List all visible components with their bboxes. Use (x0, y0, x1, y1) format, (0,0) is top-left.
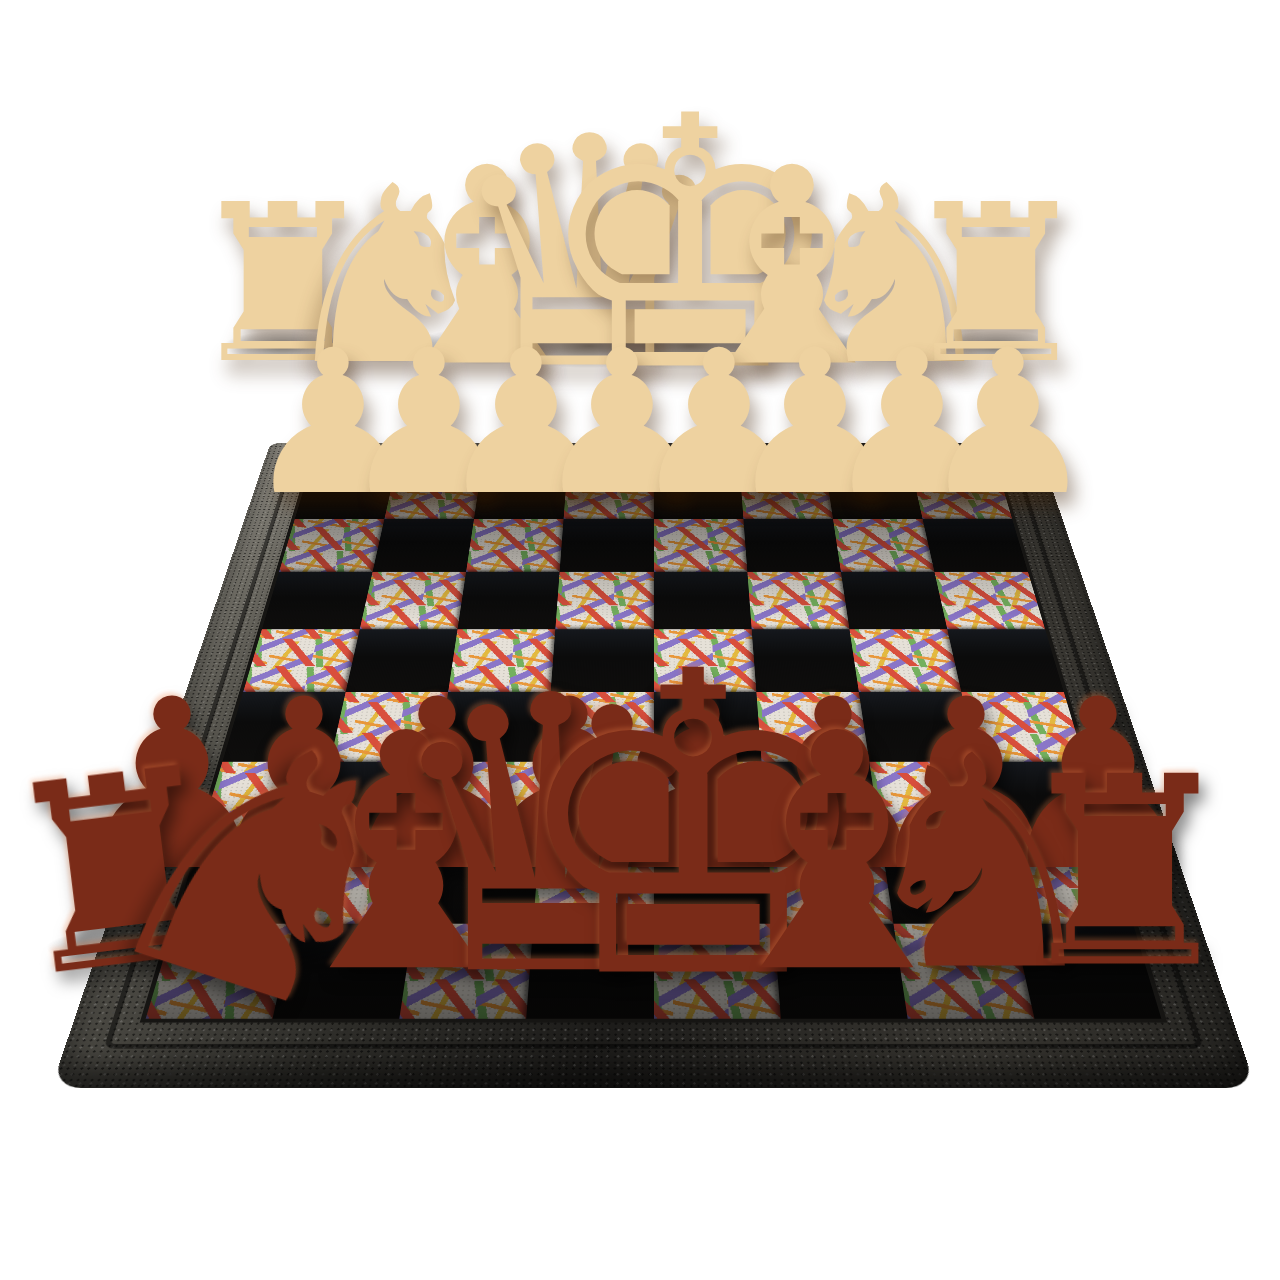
piece-layer: ♜♞♝♛♚♝♞♜♟♟♟♟♟♟♟♟♟♟♟♟♟♟♟♟♜♞♝♛♚♝♞♜ (0, 0, 1280, 1280)
piece-black-rook: ♜ (1008, 743, 1242, 1004)
photo-canvas: ♜♞♝♛♚♝♞♜♟♟♟♟♟♟♟♟♟♟♟♟♟♟♟♟♜♞♝♛♚♝♞♜ (0, 0, 1280, 1280)
piece-white-pawn: ♟ (919, 324, 1097, 523)
